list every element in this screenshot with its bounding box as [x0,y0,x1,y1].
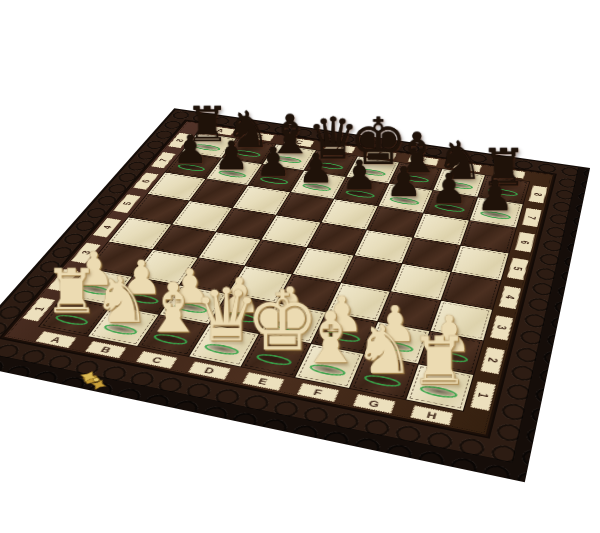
rank-label-left-4-text: 4 [101,225,114,230]
rank-label-right-7-text: 7 [526,215,538,220]
felt-base [254,352,294,368]
file-label-c-bottom-text: C [150,355,164,365]
felt-base [323,329,362,344]
rank-label-right-6-text: 6 [519,240,532,245]
rank-label-right-3: 3 [490,315,514,341]
rank-label-right-7: 7 [522,208,542,228]
felt-base [433,203,466,214]
felt-base [172,301,210,315]
felt-base [52,313,90,327]
file-label-h-bottom-text: H [425,410,437,421]
file-label-d-bottom: D [188,361,230,380]
square-d4 [245,240,306,274]
file-label-e-top-text: E [377,151,386,157]
rank-label-right-2: 2 [480,347,505,375]
felt-base [202,342,241,357]
felt-base [124,292,161,305]
felt-base [356,168,387,178]
rank-label-left-4: 4 [93,217,122,237]
file-label-d-bottom-text: D [203,365,217,375]
file-label-d-top-text: D [335,145,344,151]
felt-base [362,373,402,389]
felt-base [314,161,345,170]
piece-black-king: ♚ [349,109,392,174]
rank-label-left-6-text: 6 [140,179,152,183]
file-label-h-top-text: H [505,170,514,176]
product-photo: ABCDEFGH ABCDEFGH 87654321 87654321 ♜♞♝♛… [0,0,600,533]
file-label-f-top-text: F [419,157,427,163]
square-g4 [391,264,451,300]
file-label-a-top-text: A [215,128,225,133]
rank-label-right-4: 4 [499,285,522,309]
rank-label-right-5-text: 5 [511,266,524,271]
rank-label-right-8: 8 [528,185,547,203]
felt-base [344,189,376,199]
felt-base [77,284,114,297]
file-label-b-bottom: B [85,341,127,359]
felt-base [151,332,190,347]
rank-label-right-5: 5 [507,258,529,280]
file-label-g-bottom-text: G [367,398,380,409]
felt-base [430,349,469,364]
file-label-f-bottom: F [296,383,339,402]
felt-base [216,169,247,179]
file-label-a-bottom: A [35,331,77,348]
rank-label-right-3-text: 3 [495,324,509,330]
rank-label-left-1-text: 1 [32,306,47,312]
rank-label-right-4-text: 4 [503,294,517,300]
rank-label-left-8-text: 8 [174,138,186,142]
file-label-b-top-text: B [255,134,265,140]
felt-base [376,339,415,354]
rank-label-left-7-text: 7 [157,158,169,162]
felt-base [418,384,459,401]
felt-base [272,320,310,334]
felt-base [258,176,290,186]
felt-base [479,210,512,221]
felt-base [388,196,420,206]
felt-base [307,362,347,378]
rank-label-right-8-text: 8 [532,192,544,196]
felt-base [301,182,333,192]
felt-base [192,143,222,152]
file-label-h-bottom: H [410,405,453,425]
felt-base [232,149,263,158]
square-h3 [431,301,492,341]
file-label-a-bottom-text: A [49,335,63,345]
felt-base [176,163,207,173]
felt-base [399,174,430,184]
square-h2: ♟ [419,331,483,374]
carved-rim: ABCDEFGH ABCDEFGH 87654321 87654321 ♜♞♝♛… [0,109,579,463]
chess-board: ♜♞♝♛♚♝♞♜♟♟♟♟♟♟♟♟♟♟♟♟♟♟♟♟♜♞♝♛♚♝♞♜ [38,132,530,411]
rank-label-right-6: 6 [515,232,536,253]
felt-base [272,155,303,164]
file-label-e-bottom-text: E [257,376,270,386]
rank-label-left-2-text: 2 [56,277,70,283]
file-label-b-bottom-text: B [99,345,113,355]
file-label-g-top-text: G [461,164,471,170]
rank-label-right-1-text: 1 [476,392,491,399]
felt-base [101,322,140,337]
rank-label-right-2-text: 2 [486,357,501,364]
rank-label-right-1: 1 [470,381,496,411]
file-label-f-bottom-text: F [312,387,324,397]
felt-base [221,311,259,325]
felt-base [487,187,519,197]
felt-base [442,181,474,191]
file-label-c-top-text: C [294,139,304,145]
rank-label-left-5-text: 5 [121,201,134,206]
chess-box: ABCDEFGH ABCDEFGH 87654321 87654321 ♜♞♝♛… [0,108,590,482]
rank-label-left-3-text: 3 [79,250,93,255]
